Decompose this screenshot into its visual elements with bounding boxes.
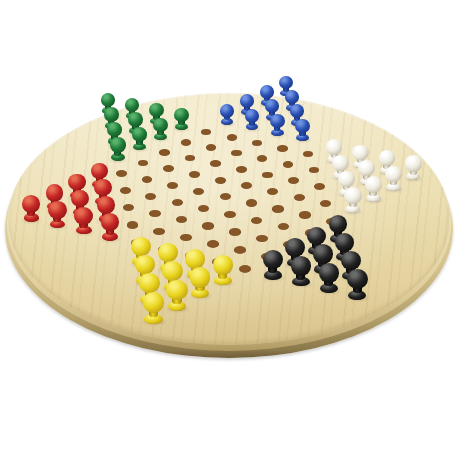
peg-yellow[interactable] [166, 280, 187, 311]
hole [189, 171, 200, 178]
hole [202, 222, 214, 230]
peg-black[interactable] [263, 250, 283, 280]
hole [120, 187, 131, 194]
hole [246, 199, 257, 206]
peg-red[interactable] [101, 213, 120, 241]
peg-black[interactable] [347, 269, 368, 300]
hole [206, 144, 216, 151]
hole [283, 161, 294, 168]
hole [198, 205, 209, 212]
hole [167, 182, 178, 189]
peg-green[interactable] [153, 118, 168, 140]
hole [227, 134, 237, 140]
hole [262, 172, 273, 179]
hole [256, 235, 268, 243]
hole [294, 194, 305, 201]
peg-blue[interactable] [220, 104, 235, 126]
hole [181, 139, 191, 146]
hole [207, 240, 219, 248]
peg-white[interactable] [405, 155, 422, 180]
hole [163, 165, 174, 172]
chinese-checkers-board-photo [0, 0, 458, 458]
hole [299, 211, 310, 218]
peg-red[interactable] [22, 195, 40, 222]
peg-black[interactable] [319, 263, 340, 293]
hole [277, 145, 287, 152]
hole [149, 210, 160, 217]
peg-red[interactable] [48, 201, 66, 228]
hole [215, 177, 226, 184]
hole [272, 205, 283, 212]
hole [193, 188, 204, 195]
peg-white[interactable] [344, 187, 362, 213]
hole [236, 166, 247, 173]
peg-green[interactable] [132, 127, 148, 150]
peg-red[interactable] [74, 207, 93, 234]
peg-black[interactable] [291, 256, 311, 286]
hole [229, 228, 241, 236]
hole [142, 176, 153, 183]
peg-yellow[interactable] [143, 292, 165, 324]
peg-white[interactable] [385, 166, 402, 191]
peg-yellow[interactable] [213, 255, 233, 285]
hole [172, 199, 183, 206]
peg-blue[interactable] [245, 109, 260, 131]
hole [252, 140, 262, 147]
peg-blue[interactable] [295, 119, 310, 142]
peg-blue[interactable] [270, 114, 285, 136]
hole [153, 228, 165, 236]
peg-green[interactable] [110, 137, 126, 161]
peg-white[interactable] [365, 176, 382, 202]
peg-yellow[interactable] [190, 267, 211, 298]
hole [116, 170, 127, 177]
hole [159, 149, 169, 156]
peg-green[interactable] [174, 108, 189, 130]
hole [210, 160, 221, 167]
hole [224, 211, 235, 218]
